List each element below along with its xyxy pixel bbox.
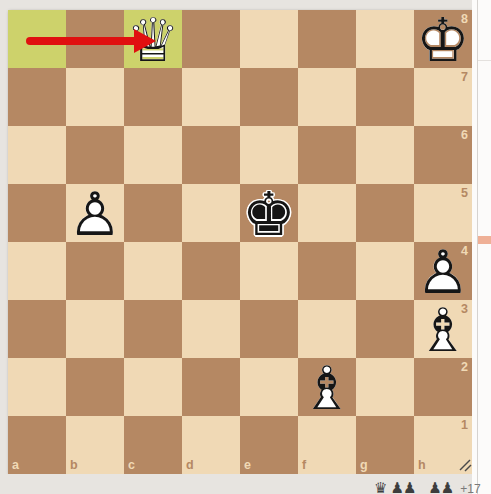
square-c8[interactable]: ♛♕ <box>124 10 182 68</box>
white-queen[interactable]: ♛♕ <box>124 10 182 68</box>
square-d5[interactable] <box>182 184 240 242</box>
square-d7[interactable] <box>182 68 240 126</box>
square-h8[interactable]: ♚♔8 <box>414 10 472 68</box>
square-e2[interactable] <box>240 358 298 416</box>
square-a3[interactable] <box>8 300 66 358</box>
square-a7[interactable] <box>8 68 66 126</box>
captured-pieces-tray: ♛♟♟♟♟ +17 <box>374 480 481 494</box>
white-bishop[interactable]: ♝♗ <box>298 358 356 416</box>
square-d3[interactable] <box>182 300 240 358</box>
rank-label-3: 3 <box>461 303 468 316</box>
square-a8[interactable] <box>8 10 66 68</box>
square-c2[interactable] <box>124 358 182 416</box>
square-h5[interactable]: 5 <box>414 184 472 242</box>
side-panel-edge <box>472 0 491 494</box>
square-g4[interactable] <box>356 242 414 300</box>
file-label-e: e <box>244 459 251 472</box>
square-b1[interactable]: b <box>66 416 124 474</box>
captured-group: ♛ <box>374 480 386 494</box>
square-c6[interactable] <box>124 126 182 184</box>
rank-label-5: 5 <box>461 187 468 200</box>
captured-pawn-icon: ♟ <box>403 480 416 494</box>
rank-label-7: 7 <box>461 71 468 84</box>
square-h4[interactable]: ♟♙4 <box>414 242 472 300</box>
file-label-f: f <box>302 459 306 472</box>
rank-label-6: 6 <box>461 129 468 142</box>
square-a5[interactable] <box>8 184 66 242</box>
square-f8[interactable] <box>298 10 356 68</box>
square-a1[interactable]: a <box>8 416 66 474</box>
square-f3[interactable] <box>298 300 356 358</box>
square-d6[interactable] <box>182 126 240 184</box>
square-c3[interactable] <box>124 300 182 358</box>
square-f2[interactable]: ♝♗ <box>298 358 356 416</box>
captured-piece-icons: ♛♟♟♟♟ <box>374 480 457 494</box>
board-resize-handle[interactable] <box>457 457 472 472</box>
square-b2[interactable] <box>66 358 124 416</box>
square-c4[interactable] <box>124 242 182 300</box>
side-panel-border <box>477 0 478 494</box>
square-g3[interactable] <box>356 300 414 358</box>
square-e7[interactable] <box>240 68 298 126</box>
square-e8[interactable] <box>240 10 298 68</box>
file-label-a: a <box>12 459 19 472</box>
square-d1[interactable]: d <box>182 416 240 474</box>
square-f5[interactable] <box>298 184 356 242</box>
square-e4[interactable] <box>240 242 298 300</box>
square-g2[interactable] <box>356 358 414 416</box>
black-king[interactable]: ♚ <box>240 184 298 242</box>
captured-pawn-icon: ♟ <box>441 480 454 494</box>
square-e3[interactable] <box>240 300 298 358</box>
white-pawn-outline: ♙ <box>66 185 124 242</box>
square-b7[interactable] <box>66 68 124 126</box>
square-b5[interactable]: ♟♙ <box>66 184 124 242</box>
file-label-b: b <box>70 459 78 472</box>
captured-pawn-icon: ♟ <box>428 480 441 494</box>
file-label-g: g <box>360 459 368 472</box>
square-b3[interactable] <box>66 300 124 358</box>
black-king-glyph: ♚ <box>240 185 298 242</box>
square-a6[interactable] <box>8 126 66 184</box>
captured-pawn-icon: ♟ <box>390 480 403 494</box>
square-a2[interactable] <box>8 358 66 416</box>
square-f7[interactable] <box>298 68 356 126</box>
square-a4[interactable] <box>8 242 66 300</box>
white-queen-outline: ♕ <box>124 11 182 68</box>
square-e5[interactable]: ♚ <box>240 184 298 242</box>
square-h7[interactable]: 7 <box>414 68 472 126</box>
square-e6[interactable] <box>240 126 298 184</box>
square-h3[interactable]: ♝♗3 <box>414 300 472 358</box>
square-h2[interactable]: 2 <box>414 358 472 416</box>
side-panel-accent <box>478 236 491 244</box>
square-g5[interactable] <box>356 184 414 242</box>
square-f4[interactable] <box>298 242 356 300</box>
square-c1[interactable]: c <box>124 416 182 474</box>
side-panel-separator <box>478 60 491 61</box>
square-d2[interactable] <box>182 358 240 416</box>
square-d4[interactable] <box>182 242 240 300</box>
square-c5[interactable] <box>124 184 182 242</box>
square-b4[interactable] <box>66 242 124 300</box>
square-b6[interactable] <box>66 126 124 184</box>
square-g7[interactable] <box>356 68 414 126</box>
captured-group: ♟♟ <box>390 480 415 494</box>
rank-label-4: 4 <box>461 245 468 258</box>
square-h6[interactable]: 6 <box>414 126 472 184</box>
page: ♛♕♚♔876♟♙♚5♟♙4♝♗3♝♗2abcdefgh1 ♛♟♟♟♟ +17 <box>0 0 491 494</box>
white-bishop-glyph: ♝ <box>298 359 356 416</box>
chess-board: ♛♕♚♔876♟♙♚5♟♙4♝♗3♝♗2abcdefgh1 <box>8 10 472 474</box>
white-pawn[interactable]: ♟♙ <box>66 184 124 242</box>
square-e1[interactable]: e <box>240 416 298 474</box>
rank-label-8: 8 <box>461 13 468 26</box>
white-bishop-outline: ♗ <box>298 359 356 416</box>
captured-group: ♟♟ <box>428 480 453 494</box>
square-g8[interactable] <box>356 10 414 68</box>
square-f1[interactable]: f <box>298 416 356 474</box>
rank-label-1: 1 <box>461 419 468 432</box>
square-b8[interactable] <box>66 10 124 68</box>
captured-queen-icon: ♛ <box>374 480 387 494</box>
square-d8[interactable] <box>182 10 240 68</box>
file-label-d: d <box>186 459 194 472</box>
rank-label-2: 2 <box>461 361 468 374</box>
square-f6[interactable] <box>298 126 356 184</box>
white-queen-glyph: ♛ <box>124 11 182 68</box>
white-pawn-glyph: ♟ <box>66 185 124 242</box>
square-g6[interactable] <box>356 126 414 184</box>
square-g1[interactable]: g <box>356 416 414 474</box>
square-c7[interactable] <box>124 68 182 126</box>
file-label-h: h <box>418 459 426 472</box>
material-advantage: +17 <box>460 481 480 494</box>
file-label-c: c <box>128 459 135 472</box>
